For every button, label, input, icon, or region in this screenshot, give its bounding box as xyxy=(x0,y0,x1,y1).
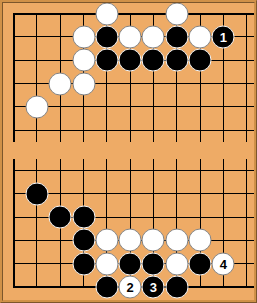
intersection xyxy=(2,275,25,298)
intersection xyxy=(118,49,141,72)
move-number: 3 xyxy=(150,281,157,294)
white-stone xyxy=(189,229,212,252)
black-stone xyxy=(165,25,188,48)
intersection xyxy=(95,25,118,48)
move-number: 4 xyxy=(220,257,227,270)
intersection xyxy=(188,2,211,25)
intersection xyxy=(235,205,257,228)
black-stone xyxy=(95,49,118,72)
intersection xyxy=(2,205,25,228)
white-stone xyxy=(165,229,188,252)
intersection xyxy=(72,72,95,95)
intersection xyxy=(72,118,95,141)
intersection xyxy=(72,25,95,48)
intersection xyxy=(188,229,211,252)
intersection xyxy=(95,95,118,118)
intersection: 3 xyxy=(142,275,165,298)
black-stone xyxy=(165,49,188,72)
black-stone xyxy=(142,49,165,72)
intersection xyxy=(235,182,257,205)
white-stone xyxy=(95,2,118,25)
intersection xyxy=(72,205,95,228)
intersection xyxy=(25,159,48,182)
white-stone xyxy=(72,25,95,48)
intersection xyxy=(72,95,95,118)
intersection xyxy=(25,25,48,48)
bottom-diagram-board: 423 xyxy=(2,159,257,299)
intersection xyxy=(235,275,257,298)
white-stone xyxy=(142,229,165,252)
intersection xyxy=(235,159,257,182)
intersection xyxy=(165,118,188,141)
intersection xyxy=(118,95,141,118)
intersection xyxy=(49,229,72,252)
white-stone-move-2: 2 xyxy=(119,276,142,299)
intersection xyxy=(95,118,118,141)
intersection xyxy=(95,49,118,72)
intersection xyxy=(2,25,25,48)
black-stone xyxy=(119,49,142,72)
intersection xyxy=(142,182,165,205)
intersection xyxy=(49,275,72,298)
intersection xyxy=(212,2,235,25)
intersection xyxy=(72,275,95,298)
intersection: 4 xyxy=(212,252,235,275)
intersection xyxy=(2,72,25,95)
intersection xyxy=(95,182,118,205)
intersection xyxy=(2,2,25,25)
intersection xyxy=(118,182,141,205)
white-stone xyxy=(72,72,95,95)
white-stone xyxy=(119,25,142,48)
intersection xyxy=(188,275,211,298)
white-stone xyxy=(165,252,188,275)
intersection xyxy=(235,252,257,275)
intersection xyxy=(49,2,72,25)
move-number: 1 xyxy=(220,30,227,43)
intersection xyxy=(25,95,48,118)
intersection xyxy=(235,229,257,252)
intersection xyxy=(95,229,118,252)
intersection xyxy=(188,118,211,141)
black-stone xyxy=(72,229,95,252)
intersection xyxy=(212,229,235,252)
white-stone xyxy=(119,229,142,252)
intersection xyxy=(165,95,188,118)
intersection xyxy=(118,205,141,228)
intersection xyxy=(188,159,211,182)
black-stone xyxy=(189,49,212,72)
intersection xyxy=(118,72,141,95)
intersection xyxy=(212,159,235,182)
intersection xyxy=(212,205,235,228)
intersection xyxy=(49,252,72,275)
intersection xyxy=(142,49,165,72)
white-stone xyxy=(49,72,72,95)
intersection xyxy=(118,252,141,275)
intersection xyxy=(72,229,95,252)
intersection xyxy=(165,229,188,252)
intersection xyxy=(95,72,118,95)
intersection xyxy=(212,49,235,72)
intersection xyxy=(72,182,95,205)
black-stone xyxy=(72,252,95,275)
intersection xyxy=(25,182,48,205)
intersection xyxy=(142,205,165,228)
intersection xyxy=(212,182,235,205)
intersection xyxy=(49,49,72,72)
black-stone xyxy=(165,276,188,299)
intersection xyxy=(235,72,257,95)
intersection xyxy=(25,275,48,298)
intersection xyxy=(72,2,95,25)
intersection xyxy=(25,205,48,228)
intersection xyxy=(142,159,165,182)
intersection xyxy=(25,229,48,252)
intersection xyxy=(72,159,95,182)
intersection xyxy=(188,95,211,118)
intersection xyxy=(118,25,141,48)
intersection xyxy=(95,159,118,182)
intersection xyxy=(142,118,165,141)
white-stone-move-4: 4 xyxy=(212,252,235,275)
intersection xyxy=(2,95,25,118)
white-stone xyxy=(95,252,118,275)
intersection xyxy=(118,2,141,25)
intersection xyxy=(25,72,48,95)
black-stone xyxy=(142,252,165,275)
intersection xyxy=(2,229,25,252)
intersection xyxy=(49,159,72,182)
white-stone xyxy=(72,49,95,72)
intersection xyxy=(95,2,118,25)
move-number: 2 xyxy=(127,281,134,294)
intersection xyxy=(212,118,235,141)
intersection xyxy=(118,159,141,182)
white-stone xyxy=(25,95,48,118)
intersection xyxy=(142,2,165,25)
intersection xyxy=(188,25,211,48)
white-stone xyxy=(95,229,118,252)
intersection xyxy=(25,252,48,275)
intersection xyxy=(212,275,235,298)
intersection xyxy=(142,95,165,118)
intersection xyxy=(49,72,72,95)
intersection: 1 xyxy=(212,25,235,48)
intersection xyxy=(2,49,25,72)
black-stone xyxy=(119,252,142,275)
intersection xyxy=(25,118,48,141)
intersection xyxy=(188,205,211,228)
intersection xyxy=(142,252,165,275)
intersection xyxy=(2,182,25,205)
black-stone xyxy=(25,182,48,205)
intersection xyxy=(142,229,165,252)
intersection xyxy=(188,49,211,72)
intersection xyxy=(235,25,257,48)
intersection xyxy=(165,275,188,298)
intersection xyxy=(2,118,25,141)
intersection xyxy=(165,182,188,205)
black-stone xyxy=(95,25,118,48)
intersection xyxy=(235,118,257,141)
intersection xyxy=(142,25,165,48)
intersection xyxy=(25,49,48,72)
intersection xyxy=(118,229,141,252)
black-stone-move-3: 3 xyxy=(142,276,165,299)
intersection xyxy=(212,95,235,118)
intersection xyxy=(165,72,188,95)
intersection xyxy=(2,159,25,182)
black-stone xyxy=(95,276,118,299)
intersection xyxy=(2,252,25,275)
intersection xyxy=(188,72,211,95)
intersection xyxy=(118,118,141,141)
black-stone-move-1: 1 xyxy=(212,25,235,48)
intersection xyxy=(142,72,165,95)
black-stone xyxy=(72,206,95,229)
intersection xyxy=(95,205,118,228)
intersection xyxy=(188,182,211,205)
intersection xyxy=(212,72,235,95)
intersection xyxy=(72,252,95,275)
intersection xyxy=(49,25,72,48)
intersection xyxy=(165,252,188,275)
intersection xyxy=(165,205,188,228)
go-diagram-image: 1 423 xyxy=(0,0,257,303)
black-stone xyxy=(49,206,72,229)
intersection xyxy=(25,2,48,25)
black-stone xyxy=(189,252,212,275)
intersection xyxy=(95,252,118,275)
intersection xyxy=(95,275,118,298)
intersection xyxy=(235,2,257,25)
intersection: 2 xyxy=(118,275,141,298)
intersection xyxy=(165,49,188,72)
intersection xyxy=(165,25,188,48)
intersection xyxy=(49,205,72,228)
white-stone xyxy=(142,25,165,48)
intersection xyxy=(49,95,72,118)
intersection xyxy=(188,252,211,275)
intersection xyxy=(49,118,72,141)
intersection xyxy=(235,95,257,118)
white-stone xyxy=(165,2,188,25)
intersection xyxy=(49,182,72,205)
intersection xyxy=(165,159,188,182)
intersection xyxy=(235,49,257,72)
white-stone xyxy=(189,25,212,48)
intersection xyxy=(72,49,95,72)
intersection xyxy=(165,2,188,25)
top-diagram-board: 1 xyxy=(2,2,257,142)
